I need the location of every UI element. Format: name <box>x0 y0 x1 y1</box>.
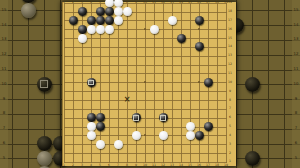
minimap-board[interactable]: 1122334455667788991010111112121313141415… <box>62 2 236 167</box>
white-stone <box>114 16 123 25</box>
white-stone <box>96 25 105 34</box>
black-stone <box>78 25 87 34</box>
black-stone <box>204 122 213 131</box>
background-row-label: 11 <box>0 68 8 72</box>
background-white-stone <box>37 151 52 166</box>
black-stone <box>96 122 105 131</box>
black-stone <box>105 16 114 25</box>
minimap-col-label: 1 <box>62 164 67 167</box>
minimap-col-label: 14 <box>179 164 184 167</box>
minimap-col-label: 15 <box>188 164 193 167</box>
go-app-screen: 1515141413131212111110109988776655 11223… <box>0 0 300 168</box>
background-row-label: 11 <box>292 68 300 72</box>
background-row-label: 13 <box>292 38 300 42</box>
minimap-col-label: 1 <box>62 1 67 4</box>
minimap-col-label: 12 <box>161 1 166 4</box>
minimap-row-label: 5 <box>227 125 232 128</box>
minimap-col-label: 18 <box>215 164 220 167</box>
minimap-grid-line <box>64 153 227 154</box>
black-stone <box>96 7 105 16</box>
background-row-label: 6 <box>0 142 8 146</box>
white-stone <box>105 25 114 34</box>
minimap-col-label: 9 <box>134 1 139 4</box>
minimap-grid-line <box>64 12 227 13</box>
background-white-stone <box>21 3 36 18</box>
background-row-label: 7 <box>0 127 8 131</box>
minimap-row-label: 3 <box>227 143 232 146</box>
background-row-label: 7 <box>292 127 300 131</box>
background-row-label: 15 <box>292 8 300 12</box>
minimap-row-label: 16 <box>227 28 232 31</box>
black-stone <box>105 7 114 16</box>
background-row-label: 8 <box>0 112 8 116</box>
background-white-stone <box>37 166 52 168</box>
black-stone <box>96 113 105 122</box>
minimap-col-label: 13 <box>170 1 175 4</box>
minimap-row-label: 10 <box>227 81 232 84</box>
background-row-label: 12 <box>292 53 300 57</box>
minimap-col-label: 2 <box>71 164 76 167</box>
minimap-col-label: 3 <box>80 1 85 4</box>
background-row-label: 5 <box>292 156 300 160</box>
minimap-row-label: 13 <box>227 54 232 57</box>
minimap-col-label: 8 <box>125 1 130 4</box>
minimap-col-label: 11 <box>152 1 157 4</box>
minimap-row-label: 15 <box>227 36 232 39</box>
black-stone <box>87 113 96 122</box>
minimap-col-label: 7 <box>116 164 121 167</box>
white-stone <box>87 122 96 131</box>
black-stone <box>87 78 96 87</box>
minimap-col-label: 13 <box>170 164 175 167</box>
minimap-col-label: 4 <box>89 1 94 4</box>
background-row-label: 12 <box>0 53 8 57</box>
black-stone <box>159 113 168 122</box>
white-stone <box>123 7 132 16</box>
minimap-col-label: 4 <box>89 164 94 167</box>
minimap-col-label: 2 <box>71 1 76 4</box>
minimap-row-label: 19 <box>227 1 232 4</box>
minimap-grid-line <box>64 56 227 57</box>
minimap-grid-line <box>64 65 227 66</box>
cross-mark: × <box>123 96 131 104</box>
background-black-stone <box>245 151 260 166</box>
black-stone <box>177 34 186 43</box>
background-row-label: 9 <box>292 97 300 101</box>
square-marker <box>133 115 139 121</box>
minimap-grid-line <box>64 144 227 145</box>
minimap-grid-line <box>64 73 227 74</box>
background-row-label: 15 <box>0 8 8 12</box>
background-black-stone <box>37 77 52 92</box>
minimap-col-label: 17 <box>206 1 211 4</box>
minimap-col-label: 6 <box>107 164 112 167</box>
minimap-row-label: 6 <box>227 116 232 119</box>
minimap-grid-line <box>64 100 227 101</box>
white-stone <box>186 131 195 140</box>
background-row-label: 14 <box>292 23 300 27</box>
white-stone <box>96 140 105 149</box>
minimap-col-label: 18 <box>215 1 220 4</box>
background-black-stone <box>245 77 260 92</box>
black-stone <box>204 78 213 87</box>
minimap-row-label: 8 <box>227 98 232 101</box>
minimap-row-label: 1 <box>227 160 232 163</box>
minimap-col-label: 16 <box>197 164 202 167</box>
minimap-grid-line <box>64 38 227 39</box>
white-stone <box>150 25 159 34</box>
minimap-grid-line <box>64 91 227 92</box>
white-stone <box>114 140 123 149</box>
black-stone <box>195 16 204 25</box>
background-row-label: 10 <box>0 82 8 86</box>
minimap-col-label: 3 <box>80 164 85 167</box>
square-marker <box>88 80 94 86</box>
minimap-col-label: 16 <box>197 1 202 4</box>
minimap-col-label: 12 <box>161 164 166 167</box>
minimap-col-label: 19 <box>224 164 229 167</box>
background-row-label: 5 <box>0 156 8 160</box>
minimap-row-label: 14 <box>227 45 232 48</box>
minimap-col-label: 9 <box>134 164 139 167</box>
minimap-col-label: 15 <box>188 1 193 4</box>
black-stone <box>195 131 204 140</box>
black-stone <box>132 113 141 122</box>
background-row-label: 10 <box>292 82 300 86</box>
minimap-row-label: 7 <box>227 107 232 110</box>
minimap-col-label: 11 <box>152 164 157 167</box>
white-stone <box>159 131 168 140</box>
background-row-label: 14 <box>0 23 8 27</box>
white-stone <box>168 16 177 25</box>
white-stone <box>87 131 96 140</box>
white-stone <box>186 122 195 131</box>
minimap-row-label: 11 <box>227 72 232 75</box>
background-row-label: 8 <box>292 112 300 116</box>
white-stone <box>87 25 96 34</box>
white-stone <box>78 34 87 43</box>
black-stone <box>78 7 87 16</box>
minimap-col-label: 17 <box>206 164 211 167</box>
background-row-label: 6 <box>292 142 300 146</box>
minimap-col-label: 5 <box>98 1 103 4</box>
background-square-marker <box>40 80 48 88</box>
minimap-col-label: 10 <box>143 164 148 167</box>
minimap-col-label: 8 <box>125 164 130 167</box>
white-stone <box>114 7 123 16</box>
minimap-col-label: 5 <box>98 164 103 167</box>
minimap-row-label: 9 <box>227 90 232 93</box>
white-stone <box>132 131 141 140</box>
minimap-row-label: 17 <box>227 19 232 22</box>
minimap-col-label: 14 <box>179 1 184 4</box>
black-stone <box>87 16 96 25</box>
black-stone <box>195 42 204 51</box>
minimap-grid-line <box>64 109 227 110</box>
black-stone <box>96 16 105 25</box>
black-stone <box>69 16 78 25</box>
minimap-row-label: 12 <box>227 63 232 66</box>
background-row-label: 13 <box>0 38 8 42</box>
minimap-row-label: 4 <box>227 134 232 137</box>
minimap-col-label: 10 <box>143 1 148 4</box>
background-row-label: 9 <box>0 97 8 101</box>
minimap-row-label: 2 <box>227 152 232 155</box>
background-black-stone <box>37 136 52 151</box>
minimap-row-label: 18 <box>227 10 232 13</box>
square-marker <box>160 115 166 121</box>
